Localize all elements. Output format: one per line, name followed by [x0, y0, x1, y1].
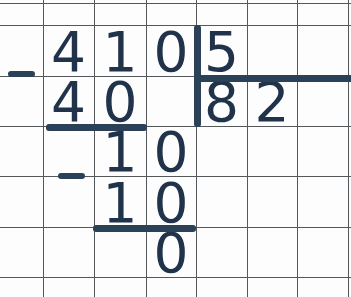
minus-sign-1 [8, 71, 35, 77]
subtraction-underline-1 [46, 124, 147, 131]
grid-line-vertical [247, 0, 248, 297]
digit-cell: 0 [94, 76, 146, 126]
digit-cell: 1 [94, 25, 146, 76]
digit-cell: 4 [43, 76, 94, 126]
digit-cell: 5 [196, 25, 247, 76]
grid-line-vertical [297, 0, 298, 297]
digit-cell: 0 [146, 227, 196, 277]
subtraction-underline-2 [93, 225, 196, 232]
grid-line-vertical [348, 0, 349, 297]
grid-line-horizontal [0, 3, 351, 4]
digit-cell: 4 [43, 25, 94, 76]
digit-cell: 1 [94, 176, 146, 227]
digit-cell: 2 [247, 76, 297, 126]
digit-cell: 8 [196, 76, 247, 126]
squared-paper-long-division: 4105408210100 [0, 0, 351, 297]
digit-cell: 1 [94, 126, 146, 176]
minus-sign-2 [58, 173, 85, 179]
digit-cell: 0 [146, 126, 196, 176]
quotient-bar [194, 75, 351, 82]
digit-cell: 0 [146, 176, 196, 227]
digit-cell: 0 [146, 25, 196, 76]
